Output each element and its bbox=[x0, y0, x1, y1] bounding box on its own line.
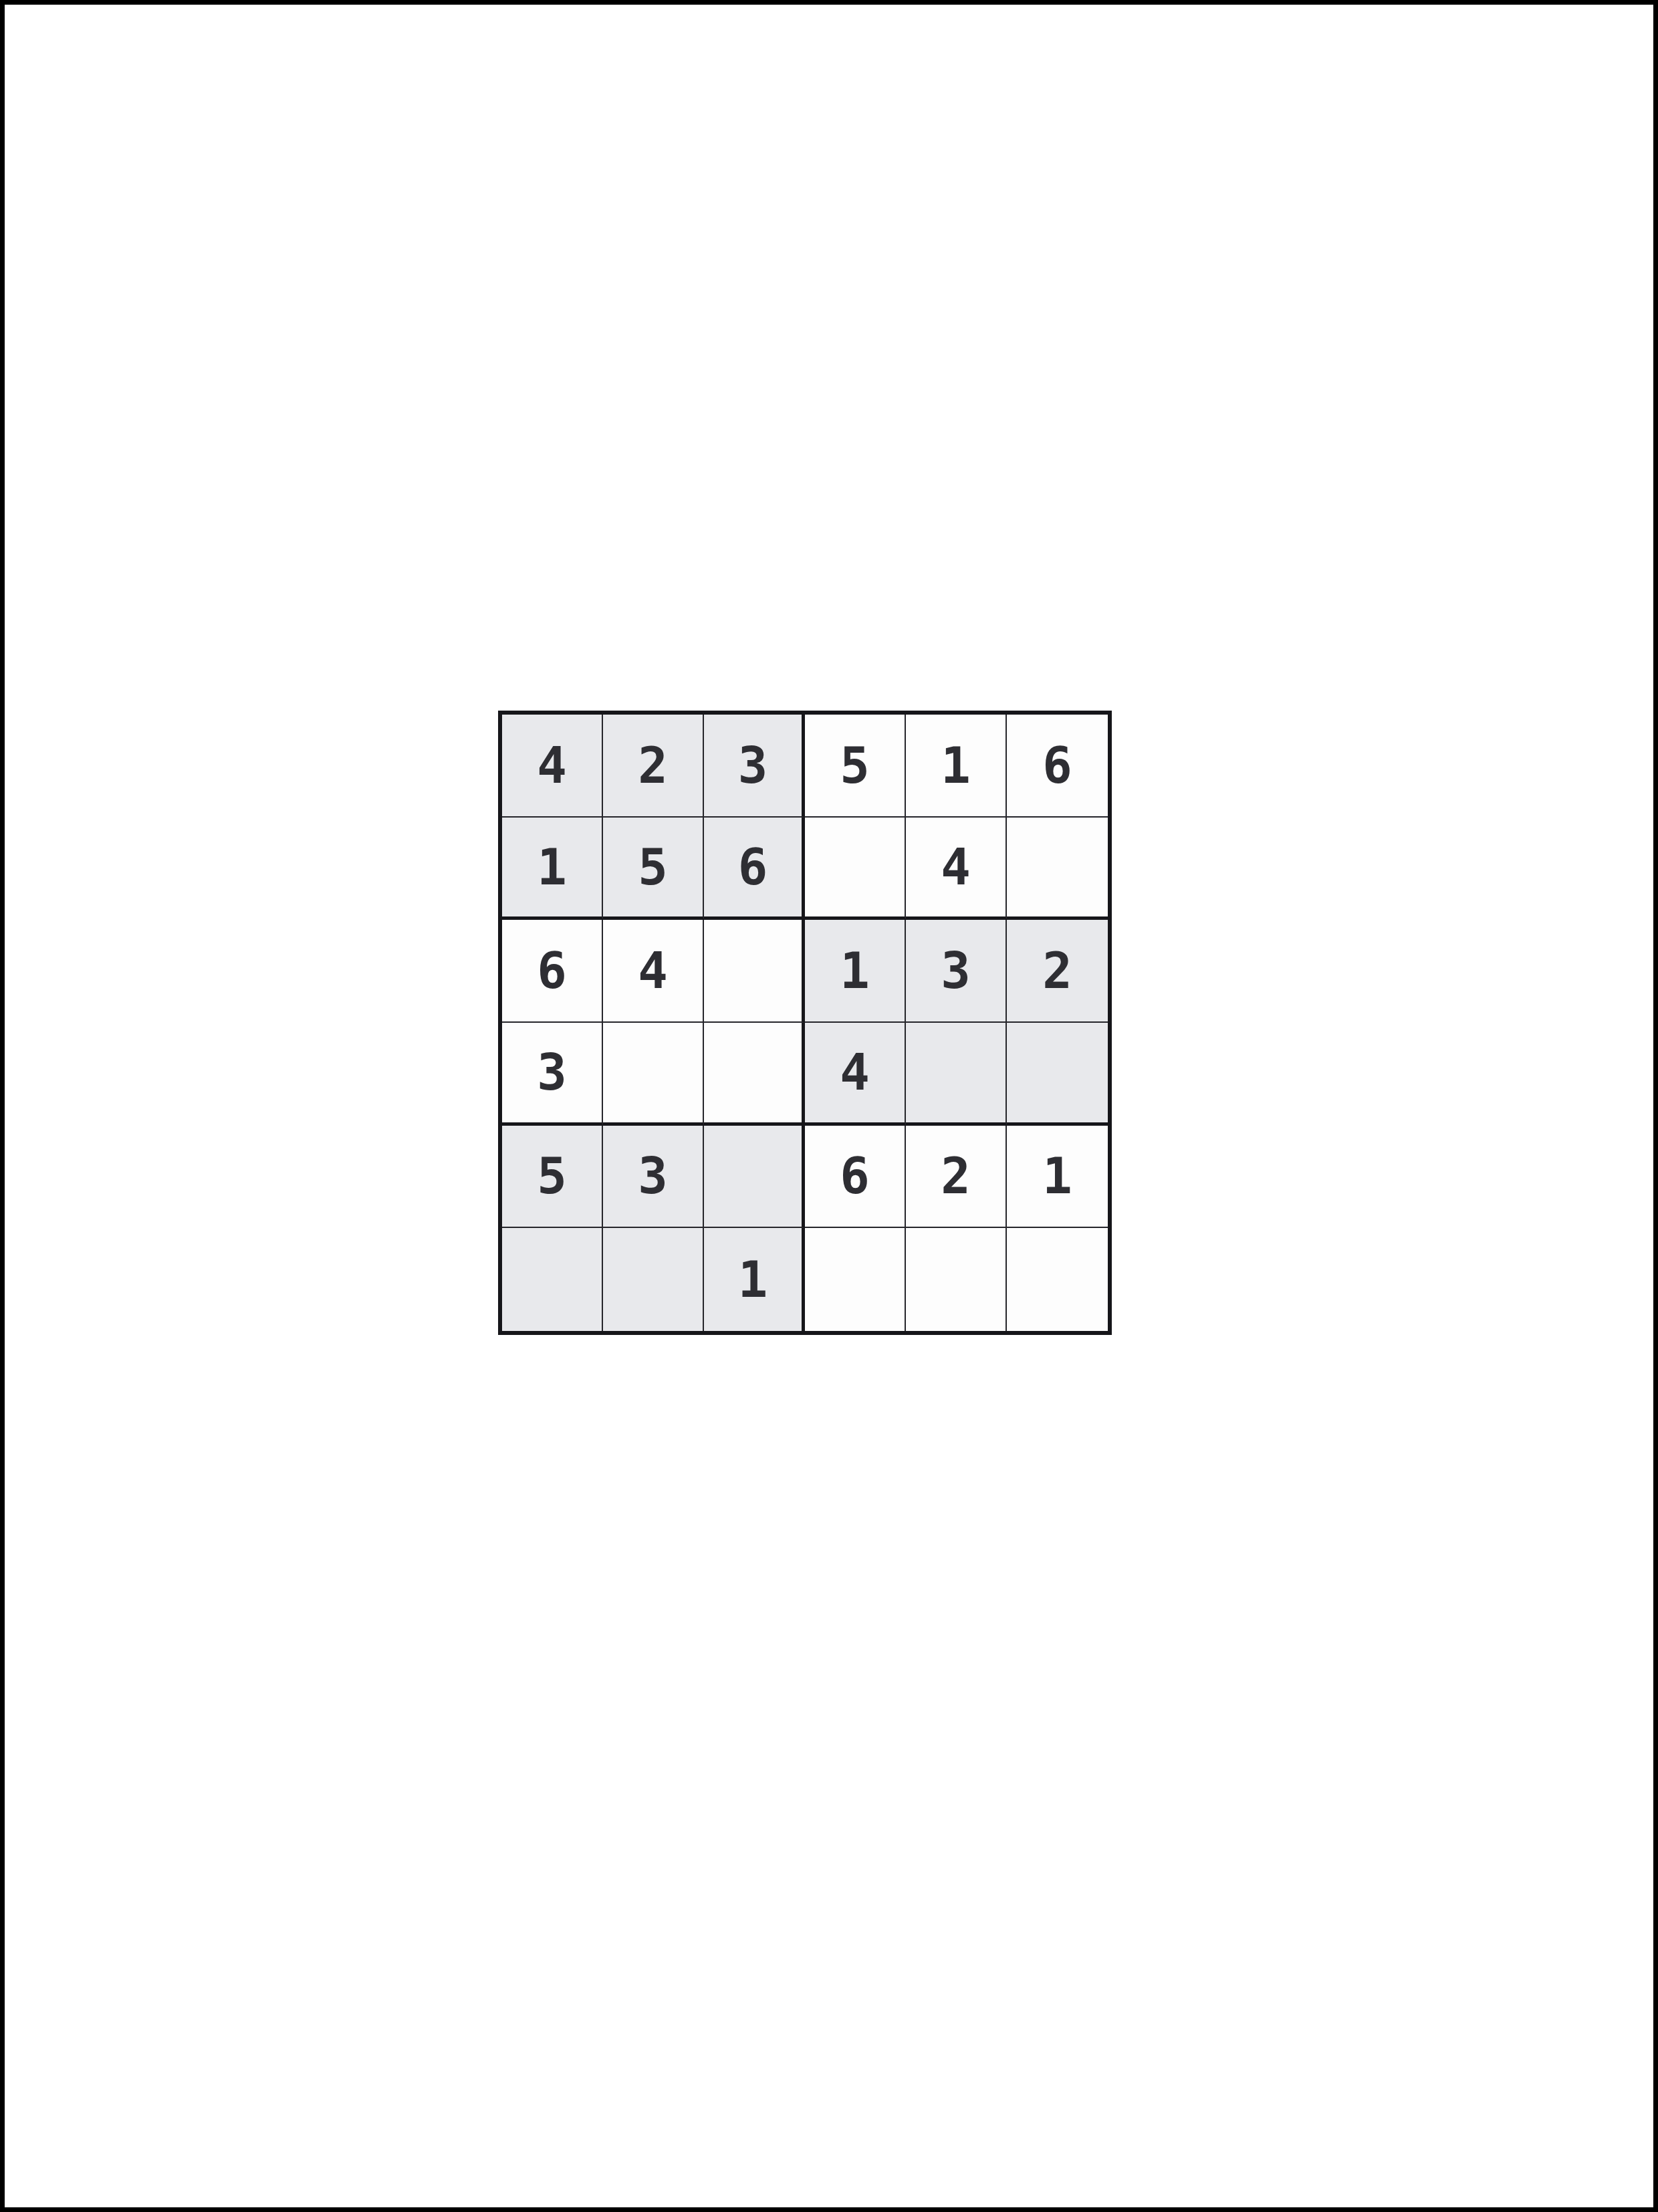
cell-r5c4-given-6[interactable]: 6 bbox=[805, 1126, 906, 1229]
cell-r5c2-given-3[interactable]: 3 bbox=[603, 1126, 704, 1229]
cell-r3c6-given-2[interactable]: 2 bbox=[1007, 920, 1108, 1023]
cell-r2c3-given-6[interactable]: 6 bbox=[704, 818, 805, 920]
cell-r6c2-empty[interactable] bbox=[603, 1228, 704, 1331]
sudoku-board: 42351615646413234536211 bbox=[498, 711, 1112, 1335]
cell-r3c5-given-3[interactable]: 3 bbox=[906, 920, 1007, 1023]
cell-r1c5-given-1[interactable]: 1 bbox=[906, 715, 1007, 818]
cell-r3c1-given-6[interactable]: 6 bbox=[502, 920, 603, 1023]
cell-r1c3-given-3[interactable]: 3 bbox=[704, 715, 805, 818]
cell-r1c1-given-4[interactable]: 4 bbox=[502, 715, 603, 818]
cell-r4c2-empty[interactable] bbox=[603, 1023, 704, 1126]
cell-r4c6-empty[interactable] bbox=[1007, 1023, 1108, 1126]
cell-r6c1-empty[interactable] bbox=[502, 1228, 603, 1331]
cell-r5c5-given-2[interactable]: 2 bbox=[906, 1126, 1007, 1229]
cell-r2c5-given-4[interactable]: 4 bbox=[906, 818, 1007, 920]
cell-r4c4-given-4[interactable]: 4 bbox=[805, 1023, 906, 1126]
cell-r6c3-given-1[interactable]: 1 bbox=[704, 1228, 805, 1331]
cell-r5c3-empty[interactable] bbox=[704, 1126, 805, 1229]
cell-r2c1-given-1[interactable]: 1 bbox=[502, 818, 603, 920]
cell-r4c3-empty[interactable] bbox=[704, 1023, 805, 1126]
cell-r3c3-empty[interactable] bbox=[704, 920, 805, 1023]
cell-r6c6-empty[interactable] bbox=[1007, 1228, 1108, 1331]
cell-r1c4-given-5[interactable]: 5 bbox=[805, 715, 906, 818]
cell-r3c4-given-1[interactable]: 1 bbox=[805, 920, 906, 1023]
cell-r2c2-given-5[interactable]: 5 bbox=[603, 818, 704, 920]
cell-r5c1-given-5[interactable]: 5 bbox=[502, 1126, 603, 1229]
cell-r3c2-given-4[interactable]: 4 bbox=[603, 920, 704, 1023]
cell-r4c5-empty[interactable] bbox=[906, 1023, 1007, 1126]
cell-r2c6-empty[interactable] bbox=[1007, 818, 1108, 920]
cell-r5c6-given-1[interactable]: 1 bbox=[1007, 1126, 1108, 1229]
cell-r2c4-empty[interactable] bbox=[805, 818, 906, 920]
cell-r4c1-given-3[interactable]: 3 bbox=[502, 1023, 603, 1126]
cell-r6c4-empty[interactable] bbox=[805, 1228, 906, 1331]
cell-r6c5-empty[interactable] bbox=[906, 1228, 1007, 1331]
cell-r1c6-given-6[interactable]: 6 bbox=[1007, 715, 1108, 818]
cell-r1c2-given-2[interactable]: 2 bbox=[603, 715, 704, 818]
